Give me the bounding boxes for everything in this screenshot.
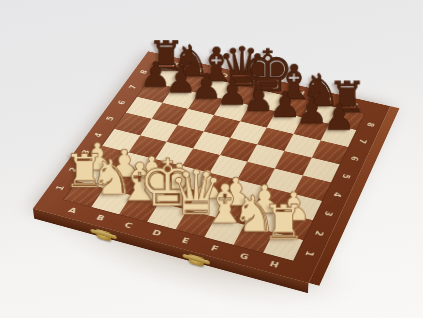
photo-backdrop: AABBCCDDEEFFGGHH1122334455667788 ♜♞♝♛♚♝♞… (0, 0, 423, 318)
white-rook-glyph: ♜ (261, 198, 305, 247)
